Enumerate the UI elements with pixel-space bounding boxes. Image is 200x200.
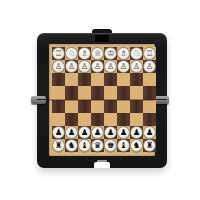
board-square[interactable]: ♛ [91, 139, 104, 152]
chess-piece[interactable]: ♟ [52, 126, 65, 139]
chess-piece[interactable]: ♕ [91, 47, 104, 60]
board-square[interactable]: ♟ [104, 126, 117, 139]
board-square[interactable]: ♙ [91, 60, 104, 73]
board-square[interactable]: ♟ [65, 126, 78, 139]
piece-glyph: ♟ [107, 128, 115, 137]
board-square[interactable] [52, 73, 65, 86]
piece-glyph: ♟ [81, 128, 89, 137]
board-square[interactable] [104, 100, 117, 113]
board-square[interactable] [104, 73, 117, 86]
board-square[interactable] [130, 100, 143, 113]
board-square[interactable] [78, 86, 91, 99]
case-latch [95, 35, 109, 43]
board-square[interactable] [52, 86, 65, 99]
chess-piece[interactable]: ♙ [130, 60, 143, 73]
board-square[interactable] [91, 113, 104, 126]
chess-piece[interactable]: ♙ [78, 60, 91, 73]
chess-piece[interactable]: ♔ [104, 47, 117, 60]
board-square[interactable]: ♖ [52, 47, 65, 60]
board-square[interactable]: ♚ [104, 139, 117, 152]
chess-board: ♖♘♗♕♔♗♘♖♙♙♙♙♙♙♙♙♟♟♟♟♟♟♟♟♜♞♝♛♚♝♞♜ [49, 44, 155, 156]
board-square[interactable] [65, 86, 78, 99]
hinge-pin-left-icon [31, 96, 46, 104]
board-square[interactable] [91, 73, 104, 86]
piece-glyph: ♟ [55, 128, 63, 137]
board-square[interactable] [65, 100, 78, 113]
pocket-chess-set-photo: ♖♘♗♕♔♗♘♖♙♙♙♙♙♙♙♙♟♟♟♟♟♟♟♟♜♞♝♛♚♝♞♜ [0, 0, 200, 200]
chess-piece[interactable]: ♛ [91, 139, 104, 152]
piece-glyph: ♘ [133, 49, 141, 58]
chess-piece[interactable]: ♟ [143, 126, 156, 139]
board-square[interactable] [143, 73, 156, 86]
chess-piece[interactable]: ♚ [104, 139, 117, 152]
chess-piece[interactable]: ♟ [65, 126, 78, 139]
board-square[interactable]: ♟ [52, 126, 65, 139]
board-square[interactable]: ♔ [104, 47, 117, 60]
board-square[interactable] [143, 86, 156, 99]
chess-piece[interactable]: ♝ [78, 139, 91, 152]
chess-piece[interactable]: ♟ [78, 126, 91, 139]
piece-glyph: ♞ [68, 141, 76, 150]
board-square[interactable] [91, 86, 104, 99]
board-square[interactable]: ♟ [143, 126, 156, 139]
piece-glyph: ♔ [107, 49, 115, 58]
board-square[interactable] [117, 73, 130, 86]
board-square[interactable] [117, 113, 130, 126]
chess-piece[interactable]: ♜ [143, 139, 156, 152]
piece-glyph: ♟ [120, 128, 128, 137]
piece-glyph: ♙ [94, 62, 102, 71]
board-square[interactable]: ♞ [130, 139, 143, 152]
board-square[interactable]: ♙ [78, 60, 91, 73]
board-square[interactable] [91, 100, 104, 113]
board-square[interactable]: ♟ [78, 126, 91, 139]
piece-glyph: ♚ [107, 141, 115, 150]
board-square[interactable]: ♞ [65, 139, 78, 152]
piece-glyph: ♟ [68, 128, 76, 137]
board-square[interactable] [104, 113, 117, 126]
board-square[interactable] [78, 100, 91, 113]
board-square[interactable] [130, 113, 143, 126]
chess-piece[interactable]: ♜ [52, 139, 65, 152]
board-square[interactable]: ♜ [52, 139, 65, 152]
board-square[interactable] [52, 100, 65, 113]
case-bottom-notch [94, 162, 110, 168]
piece-glyph: ♙ [146, 62, 154, 71]
board-square[interactable]: ♙ [130, 60, 143, 73]
piece-glyph: ♝ [120, 141, 128, 150]
board-square[interactable] [65, 113, 78, 126]
chess-piece[interactable]: ♞ [130, 139, 143, 152]
piece-glyph: ♖ [146, 49, 154, 58]
piece-glyph: ♜ [146, 141, 154, 150]
board-square[interactable] [65, 73, 78, 86]
board-square[interactable]: ♜ [143, 139, 156, 152]
board-square[interactable]: ♖ [143, 47, 156, 60]
board-fold-seam [49, 99, 155, 101]
chess-piece[interactable]: ♟ [117, 126, 130, 139]
chess-piece[interactable]: ♗ [78, 47, 91, 60]
board-square[interactable]: ♙ [104, 60, 117, 73]
board-square[interactable]: ♝ [117, 139, 130, 152]
piece-glyph: ♗ [81, 49, 89, 58]
piece-glyph: ♟ [146, 128, 154, 137]
board-square[interactable]: ♙ [52, 60, 65, 73]
board-square[interactable]: ♙ [143, 60, 156, 73]
board-square[interactable] [143, 113, 156, 126]
piece-glyph: ♟ [133, 128, 141, 137]
board-square[interactable]: ♗ [117, 47, 130, 60]
piece-glyph: ♙ [107, 62, 115, 71]
piece-glyph: ♞ [133, 141, 141, 150]
chess-piece[interactable]: ♘ [65, 47, 78, 60]
board-square[interactable] [117, 86, 130, 99]
board-square[interactable]: ♙ [65, 60, 78, 73]
chess-piece[interactable]: ♟ [130, 126, 143, 139]
piece-glyph: ♙ [133, 62, 141, 71]
board-square[interactable]: ♗ [78, 47, 91, 60]
hinge-pin-right-icon [154, 96, 169, 104]
board-square[interactable] [117, 100, 130, 113]
piece-glyph: ♙ [81, 62, 89, 71]
piece-glyph: ♜ [55, 141, 63, 150]
chess-piece[interactable]: ♟ [104, 126, 117, 139]
board-square[interactable] [130, 86, 143, 99]
chess-piece[interactable]: ♙ [65, 60, 78, 73]
chess-piece[interactable]: ♙ [117, 60, 130, 73]
board-square[interactable] [143, 100, 156, 113]
piece-glyph: ♙ [55, 62, 63, 71]
piece-glyph: ♝ [81, 141, 89, 150]
chess-piece[interactable]: ♟ [91, 126, 104, 139]
piece-glyph: ♟ [94, 128, 102, 137]
board-square[interactable]: ♙ [117, 60, 130, 73]
chess-piece[interactable]: ♙ [52, 60, 65, 73]
board-square[interactable] [104, 86, 117, 99]
chess-piece[interactable]: ♙ [104, 60, 117, 73]
board-square[interactable]: ♕ [91, 47, 104, 60]
board-square[interactable]: ♟ [91, 126, 104, 139]
chess-piece[interactable]: ♘ [130, 47, 143, 60]
chess-piece[interactable]: ♝ [117, 139, 130, 152]
board-square[interactable]: ♟ [117, 126, 130, 139]
piece-glyph: ♛ [94, 141, 102, 150]
piece-glyph: ♖ [55, 49, 63, 58]
board-square[interactable]: ♝ [78, 139, 91, 152]
board-square[interactable]: ♟ [130, 126, 143, 139]
board-square[interactable] [130, 73, 143, 86]
board-square[interactable]: ♘ [130, 47, 143, 60]
piece-glyph: ♕ [94, 49, 102, 58]
piece-glyph: ♙ [120, 62, 128, 71]
board-square[interactable] [52, 113, 65, 126]
piece-glyph: ♙ [68, 62, 76, 71]
board-square[interactable] [78, 73, 91, 86]
board-square[interactable]: ♘ [65, 47, 78, 60]
chess-piece[interactable]: ♖ [143, 47, 156, 60]
chess-piece[interactable]: ♖ [52, 47, 65, 60]
chess-piece[interactable]: ♗ [117, 47, 130, 60]
piece-glyph: ♗ [120, 49, 128, 58]
board-square[interactable] [78, 113, 91, 126]
piece-glyph: ♘ [68, 49, 76, 58]
chess-piece[interactable]: ♙ [91, 60, 104, 73]
chess-piece[interactable]: ♞ [65, 139, 78, 152]
chess-piece[interactable]: ♙ [143, 60, 156, 73]
